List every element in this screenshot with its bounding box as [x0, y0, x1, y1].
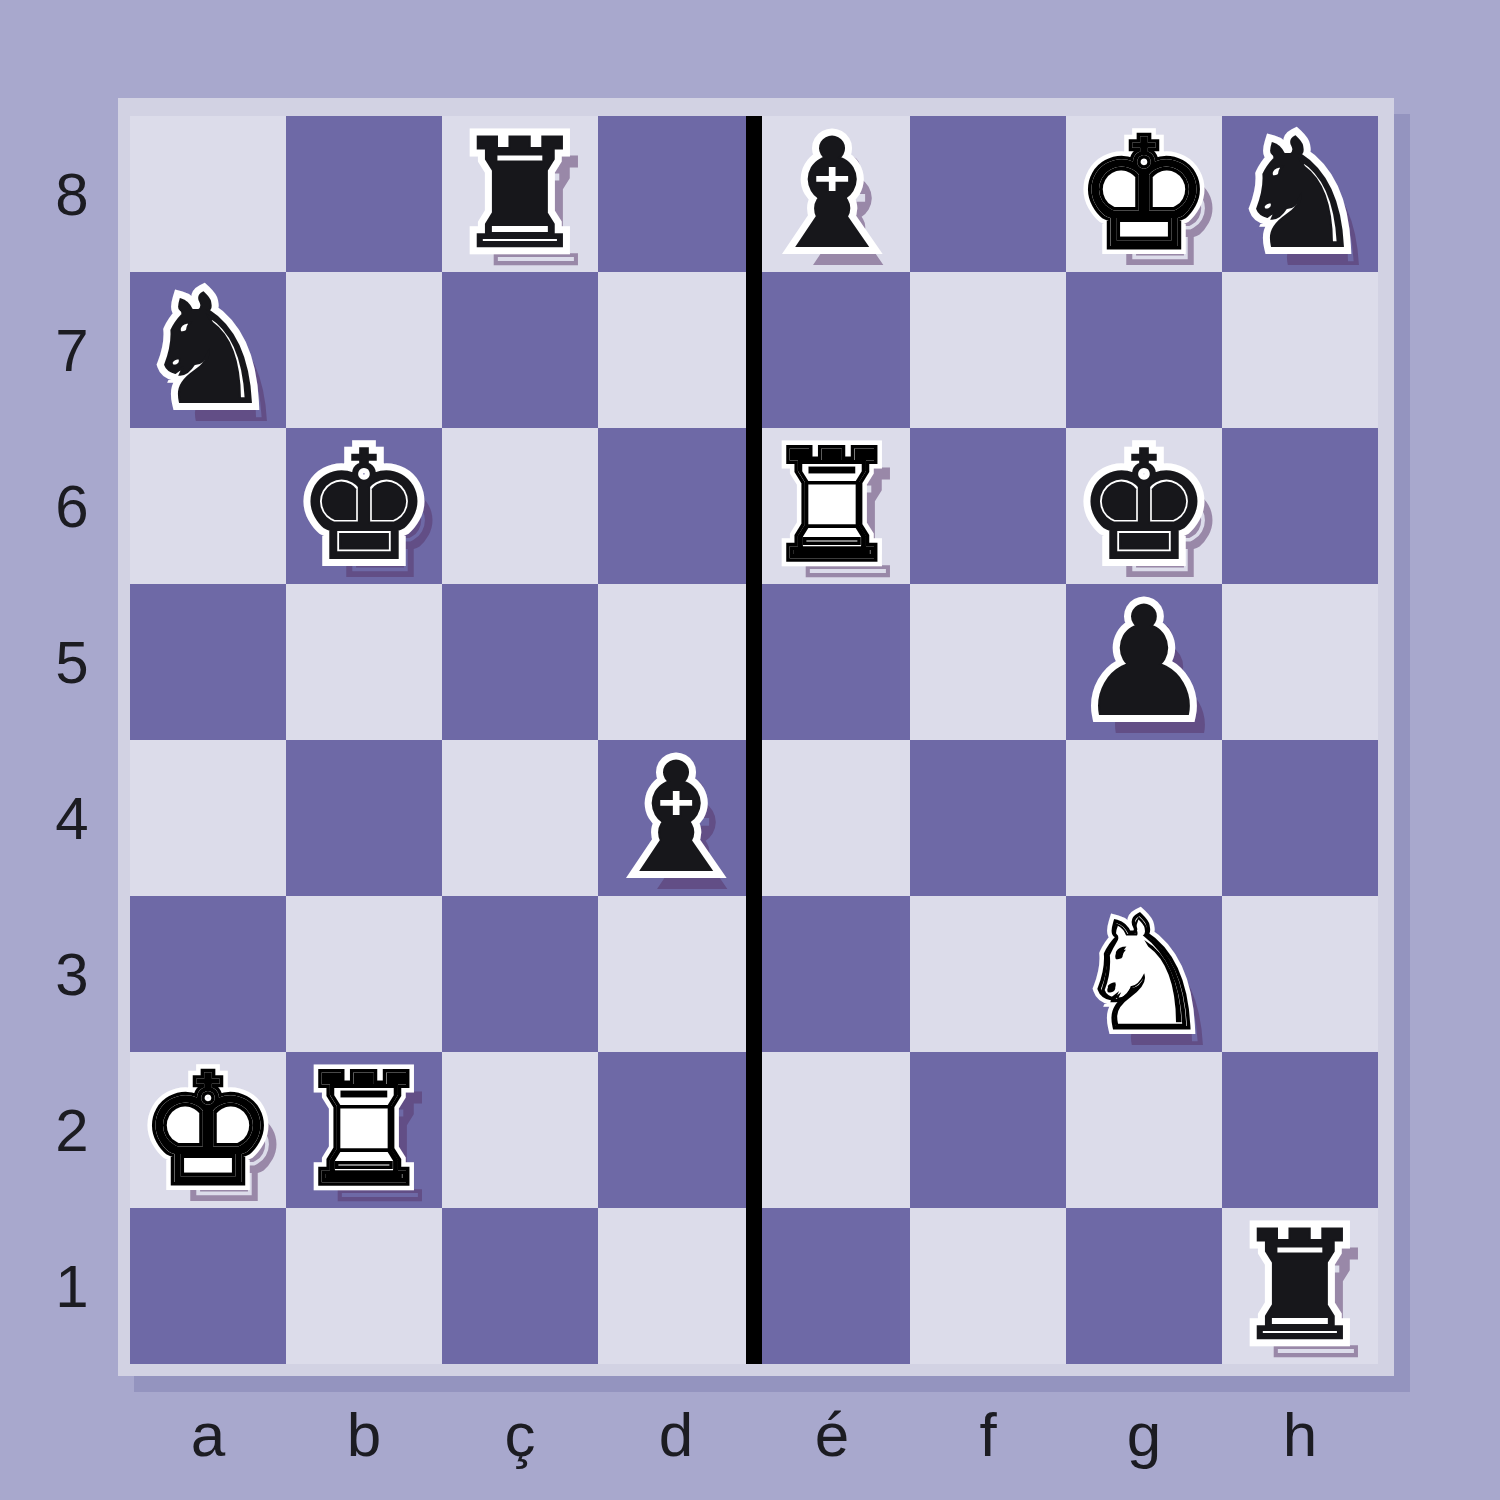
square-c2 [442, 1052, 598, 1208]
square-h3 [1222, 896, 1378, 1052]
file-label-b: b [286, 1392, 442, 1476]
file-label-g: g [1066, 1392, 1222, 1476]
square-g6 [1066, 428, 1222, 584]
square-h7 [1222, 272, 1378, 428]
square-f6 [910, 428, 1066, 584]
square-h8 [1222, 116, 1378, 272]
square-f7 [910, 272, 1066, 428]
square-e7 [754, 272, 910, 428]
square-g2 [1066, 1052, 1222, 1208]
square-h2 [1222, 1052, 1378, 1208]
square-e3 [754, 896, 910, 1052]
file-label-h: h [1222, 1392, 1378, 1476]
square-h6 [1222, 428, 1378, 584]
square-e4 [754, 740, 910, 896]
square-f5 [910, 584, 1066, 740]
square-g3 [1066, 896, 1222, 1052]
square-h4 [1222, 740, 1378, 896]
square-g7 [1066, 272, 1222, 428]
square-f2 [910, 1052, 1066, 1208]
file-label-a: a [130, 1392, 286, 1476]
square-a7 [130, 272, 286, 428]
square-f8 [910, 116, 1066, 272]
square-a6 [130, 428, 286, 584]
square-e6 [754, 428, 910, 584]
square-h5 [1222, 584, 1378, 740]
square-a4 [130, 740, 286, 896]
square-d3 [598, 896, 754, 1052]
square-f1 [910, 1208, 1066, 1364]
rank-label-6: 6 [36, 428, 108, 584]
square-e8 [754, 116, 910, 272]
square-c3 [442, 896, 598, 1052]
square-c8 [442, 116, 598, 272]
square-c1 [442, 1208, 598, 1364]
rank-label-3: 3 [36, 896, 108, 1052]
square-d4 [598, 740, 754, 896]
square-f4 [910, 740, 1066, 896]
square-b2 [286, 1052, 442, 1208]
square-b1 [286, 1208, 442, 1364]
rank-label-7: 7 [36, 272, 108, 428]
square-d1 [598, 1208, 754, 1364]
board-divider-line [746, 116, 762, 1364]
square-b3 [286, 896, 442, 1052]
square-e1 [754, 1208, 910, 1364]
square-g4 [1066, 740, 1222, 896]
square-d2 [598, 1052, 754, 1208]
rank-label-2: 2 [36, 1052, 108, 1208]
rank-label-4: 4 [36, 740, 108, 896]
square-b5 [286, 584, 442, 740]
square-a3 [130, 896, 286, 1052]
file-label-e: é [754, 1392, 910, 1476]
square-f3 [910, 896, 1066, 1052]
rank-label-1: 1 [36, 1208, 108, 1364]
file-label-c: ç [442, 1392, 598, 1476]
rank-label-5: 5 [36, 584, 108, 740]
square-d5 [598, 584, 754, 740]
square-b7 [286, 272, 442, 428]
square-a5 [130, 584, 286, 740]
file-label-f: f [910, 1392, 1066, 1476]
file-label-d: d [598, 1392, 754, 1476]
rank-label-8: 8 [36, 116, 108, 272]
square-h1 [1222, 1208, 1378, 1364]
square-a8 [130, 116, 286, 272]
square-e2 [754, 1052, 910, 1208]
square-b8 [286, 116, 442, 272]
square-b4 [286, 740, 442, 896]
square-a2 [130, 1052, 286, 1208]
square-c7 [442, 272, 598, 428]
square-d7 [598, 272, 754, 428]
square-d6 [598, 428, 754, 584]
square-b6 [286, 428, 442, 584]
square-a1 [130, 1208, 286, 1364]
square-c5 [442, 584, 598, 740]
square-g1 [1066, 1208, 1222, 1364]
square-c6 [442, 428, 598, 584]
square-e5 [754, 584, 910, 740]
square-d8 [598, 116, 754, 272]
square-g8 [1066, 116, 1222, 272]
square-g5 [1066, 584, 1222, 740]
square-c4 [442, 740, 598, 896]
board-frame: ♜♜♝♝♚♚♚♔♞♞♞♞♚♚♜♜♜♖♚♚♟♟♝♝♞♞♞♘♚♚♚♔♜♜♜♖♜♜ [118, 98, 1394, 1376]
